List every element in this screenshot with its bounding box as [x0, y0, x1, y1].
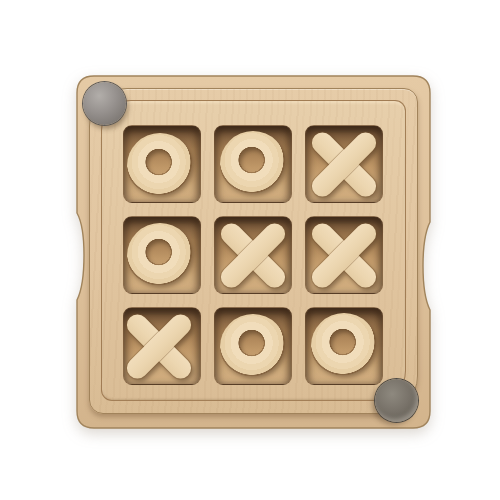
cell-r2c2[interactable] [214, 216, 292, 294]
piece-o[interactable] [220, 314, 286, 380]
piece-x[interactable] [307, 218, 381, 292]
magnet-top-left [83, 82, 126, 125]
piece-o[interactable] [311, 313, 377, 379]
cell-r3c2[interactable] [214, 307, 292, 385]
piece-o[interactable] [127, 133, 193, 199]
magnet-bottom-right [375, 379, 418, 422]
piece-x[interactable] [307, 127, 381, 201]
piece-x[interactable] [216, 218, 290, 292]
piece-x[interactable] [122, 309, 196, 383]
cell-r3c1[interactable] [123, 307, 201, 385]
cell-r3c3[interactable] [305, 307, 383, 385]
cell-r1c2[interactable] [214, 125, 292, 203]
piece-o[interactable] [127, 223, 193, 289]
cell-r2c3[interactable] [305, 216, 383, 294]
cell-r1c3[interactable] [305, 125, 383, 203]
board-photo: Wooden Tic-Tac-Toe Board [0, 0, 500, 500]
cell-r2c1[interactable] [123, 216, 201, 294]
cell-r1c1[interactable] [123, 125, 201, 203]
piece-o[interactable] [220, 131, 286, 197]
board-grid [123, 125, 383, 385]
